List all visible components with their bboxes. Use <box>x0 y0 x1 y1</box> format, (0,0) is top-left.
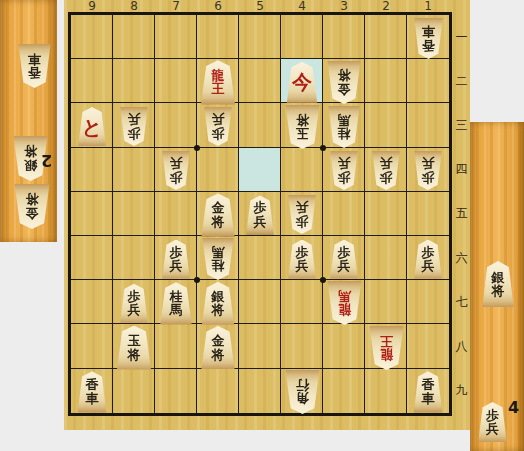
piece-glyph: 歩 <box>422 246 435 260</box>
square-53[interactable] <box>239 103 281 147</box>
rank-label-8: 八 <box>453 324 470 368</box>
square-41[interactable] <box>281 15 323 59</box>
shogi-board: 987654321 一二三四五六七八九 香車龍王今金将と歩兵歩兵玉将桂馬歩兵歩兵… <box>64 0 470 430</box>
piece-glyph: と <box>82 116 102 138</box>
piece-glyph: 車 <box>28 53 41 67</box>
piece-glyph: 歩 <box>380 171 393 185</box>
piece-glyph: 兵 <box>128 113 141 127</box>
piece-glyph: 兵 <box>422 157 435 171</box>
square-75[interactable] <box>155 192 197 236</box>
square-59[interactable] <box>239 369 281 413</box>
piece-glyph: 将 <box>296 113 309 127</box>
square-15[interactable] <box>407 192 449 236</box>
piece-glyph: 歩 <box>422 171 435 185</box>
square-29[interactable] <box>365 369 407 413</box>
rank-label-7: 七 <box>453 280 470 324</box>
piece-glyph: 将 <box>212 348 225 362</box>
square-25[interactable] <box>365 192 407 236</box>
piece-glyph: 将 <box>212 303 225 317</box>
piece-glyph: 龍 <box>212 69 225 83</box>
piece-glyph: 兵 <box>128 303 141 317</box>
square-92[interactable] <box>71 59 113 103</box>
square-21[interactable] <box>365 15 407 59</box>
square-27[interactable] <box>365 280 407 324</box>
piece-glyph: 歩 <box>128 127 141 141</box>
piece-glyph: 桂 <box>338 127 351 141</box>
square-44[interactable] <box>281 148 323 192</box>
square-98[interactable] <box>71 324 113 368</box>
piece-glyph: 金 <box>338 82 351 96</box>
piece-glyph: 玉 <box>296 127 309 141</box>
piece-glyph: 行 <box>296 378 309 392</box>
rank-label-6: 六 <box>453 236 470 280</box>
square-22[interactable] <box>365 59 407 103</box>
piece-glyph: 兵 <box>296 201 309 215</box>
piece-glyph: 銀 <box>492 271 505 285</box>
square-58[interactable] <box>239 324 281 368</box>
piece-glyph: 歩 <box>338 246 351 260</box>
piece-glyph: 将 <box>24 145 37 159</box>
piece-glyph: 将 <box>212 215 225 229</box>
piece-glyph: 車 <box>86 392 99 406</box>
square-31[interactable] <box>323 15 365 59</box>
piece-glyph: 香 <box>86 378 99 392</box>
square-91[interactable] <box>71 15 113 59</box>
piece-glyph: 銀 <box>24 159 37 173</box>
square-79[interactable] <box>155 369 197 413</box>
square-85[interactable] <box>113 192 155 236</box>
square-48[interactable] <box>281 324 323 368</box>
piece-glyph: 歩 <box>338 171 351 185</box>
piece-glyph: 香 <box>422 378 435 392</box>
rank-labels: 一二三四五六七八九 <box>453 15 470 413</box>
rank-label-4: 四 <box>453 148 470 192</box>
square-52[interactable] <box>239 59 281 103</box>
piece-glyph: 馬 <box>338 113 351 127</box>
piece-glyph: 兵 <box>296 259 309 273</box>
square-23[interactable] <box>365 103 407 147</box>
piece-glyph: 兵 <box>486 422 499 436</box>
square-97[interactable] <box>71 280 113 324</box>
piece-glyph: 兵 <box>422 259 435 273</box>
piece-glyph: 王 <box>212 82 225 96</box>
piece-glyph: 金 <box>212 201 225 215</box>
piece-glyph: 兵 <box>212 113 225 127</box>
square-81[interactable] <box>113 15 155 59</box>
piece-glyph: 歩 <box>128 290 141 304</box>
piece-glyph: 銀 <box>212 290 225 304</box>
square-35[interactable] <box>323 192 365 236</box>
rank-label-1: 一 <box>453 15 470 59</box>
square-94[interactable] <box>71 148 113 192</box>
piece-glyph: 将 <box>492 284 505 298</box>
piece-glyph: 歩 <box>212 127 225 141</box>
piece-glyph: 将 <box>128 348 141 362</box>
piece-glyph: 玉 <box>128 334 141 348</box>
square-96[interactable] <box>71 236 113 280</box>
piece-glyph: 歩 <box>486 409 499 423</box>
square-38[interactable] <box>323 324 365 368</box>
piece-glyph: 龍 <box>380 348 393 362</box>
square-78[interactable] <box>155 324 197 368</box>
piece-glyph: 兵 <box>254 215 267 229</box>
piece-glyph: 将 <box>338 69 351 83</box>
square-51[interactable] <box>239 15 281 59</box>
square-39[interactable] <box>323 369 365 413</box>
piece-glyph: 金 <box>26 207 39 221</box>
piece-glyph: 車 <box>422 25 435 39</box>
gote-hand-count-silver: 2 <box>41 151 52 170</box>
piece-glyph: 歩 <box>254 201 267 215</box>
piece-glyph: 馬 <box>338 290 351 304</box>
square-54[interactable] <box>239 148 281 192</box>
square-86[interactable] <box>113 236 155 280</box>
square-82[interactable] <box>113 59 155 103</box>
rank-label-5: 五 <box>453 192 470 236</box>
square-17[interactable] <box>407 280 449 324</box>
piece-glyph: 馬 <box>212 246 225 260</box>
square-72[interactable] <box>155 59 197 103</box>
piece-glyph: 龍 <box>338 303 351 317</box>
square-61[interactable] <box>197 15 239 59</box>
piece-glyph: 兵 <box>338 259 351 273</box>
shogi-app: 987654321 一二三四五六七八九 香車龍王今金将と歩兵歩兵玉将桂馬歩兵歩兵… <box>0 0 524 451</box>
square-18[interactable] <box>407 324 449 368</box>
square-69[interactable] <box>197 369 239 413</box>
piece-glyph: 兵 <box>170 157 183 171</box>
piece-glyph: 兵 <box>170 259 183 273</box>
square-56[interactable] <box>239 236 281 280</box>
piece-glyph: 今 <box>292 71 312 93</box>
piece-glyph: 歩 <box>296 215 309 229</box>
piece-glyph: 馬 <box>170 303 183 317</box>
piece-glyph: 王 <box>380 334 393 348</box>
piece-glyph: 将 <box>26 193 39 207</box>
square-13[interactable] <box>407 103 449 147</box>
piece-glyph: 兵 <box>338 157 351 171</box>
piece-glyph: 歩 <box>170 246 183 260</box>
square-71[interactable] <box>155 15 197 59</box>
piece-glyph: 金 <box>212 334 225 348</box>
square-12[interactable] <box>407 59 449 103</box>
rank-label-2: 二 <box>453 59 470 103</box>
square-64[interactable] <box>197 148 239 192</box>
piece-glyph: 香 <box>422 38 435 52</box>
piece-glyph: 兵 <box>380 157 393 171</box>
piece-glyph: 桂 <box>212 259 225 273</box>
square-73[interactable] <box>155 103 197 147</box>
square-89[interactable] <box>113 369 155 413</box>
piece-glyph: 車 <box>422 392 435 406</box>
sente-hand-count-pawn: 4 <box>508 398 519 417</box>
piece-glyph: 歩 <box>170 171 183 185</box>
piece-glyph: 香 <box>28 66 41 80</box>
piece-glyph: 桂 <box>170 290 183 304</box>
square-84[interactable] <box>113 148 155 192</box>
square-95[interactable] <box>71 192 113 236</box>
square-26[interactable] <box>365 236 407 280</box>
piece-glyph: 歩 <box>296 246 309 260</box>
square-47[interactable] <box>281 280 323 324</box>
rank-label-3: 三 <box>453 103 470 147</box>
piece-glyph: 角 <box>296 392 309 406</box>
square-57[interactable] <box>239 280 281 324</box>
rank-label-9: 九 <box>453 369 470 413</box>
